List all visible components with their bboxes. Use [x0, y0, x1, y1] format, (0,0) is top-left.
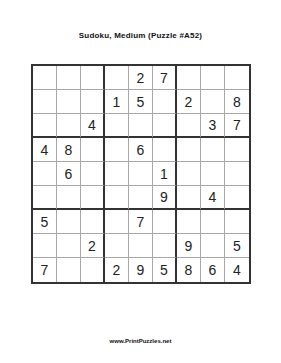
- cell-r6c5-empty[interactable]: [129, 186, 153, 210]
- cell-r3c8-given: 3: [201, 114, 225, 138]
- cell-r1c8-empty[interactable]: [201, 66, 225, 90]
- cell-r1c3-empty[interactable]: [81, 66, 105, 90]
- cell-r3c7-empty[interactable]: [177, 114, 201, 138]
- sudoku-board: 2715284374866194572957295864: [31, 64, 251, 284]
- cell-r7c7-empty[interactable]: [177, 210, 201, 234]
- cell-r3c1-empty[interactable]: [33, 114, 57, 138]
- cell-r6c9-empty[interactable]: [225, 186, 249, 210]
- cell-r4c9-empty[interactable]: [225, 138, 249, 162]
- cell-r2c5-given: 5: [129, 90, 153, 114]
- cell-r7c9-empty[interactable]: [225, 210, 249, 234]
- cell-r9c9-given: 4: [225, 258, 249, 282]
- cell-r6c6-given: 9: [153, 186, 177, 210]
- cell-r2c7-given: 2: [177, 90, 201, 114]
- cell-r4c2-given: 8: [57, 138, 81, 162]
- cell-r6c2-empty[interactable]: [57, 186, 81, 210]
- cell-r9c7-given: 8: [177, 258, 201, 282]
- cell-r3c6-empty[interactable]: [153, 114, 177, 138]
- cell-r8c7-given: 9: [177, 234, 201, 258]
- cell-r9c6-given: 5: [153, 258, 177, 282]
- cell-r5c7-empty[interactable]: [177, 162, 201, 186]
- cell-r8c4-empty[interactable]: [105, 234, 129, 258]
- cell-r4c6-empty[interactable]: [153, 138, 177, 162]
- cell-r6c7-empty[interactable]: [177, 186, 201, 210]
- cell-r7c2-empty[interactable]: [57, 210, 81, 234]
- cell-r3c4-empty[interactable]: [105, 114, 129, 138]
- puzzle-title: Sudoku, Medium (Puzzle #A52): [0, 31, 281, 40]
- cell-r1c6-given: 7: [153, 66, 177, 90]
- cell-r8c3-given: 2: [81, 234, 105, 258]
- cell-r4c3-empty[interactable]: [81, 138, 105, 162]
- cell-r5c4-empty[interactable]: [105, 162, 129, 186]
- cell-r4c4-empty[interactable]: [105, 138, 129, 162]
- cell-r9c3-empty[interactable]: [81, 258, 105, 282]
- cell-r5c5-empty[interactable]: [129, 162, 153, 186]
- cell-r1c5-given: 2: [129, 66, 153, 90]
- cell-r8c5-empty[interactable]: [129, 234, 153, 258]
- cell-r5c2-given: 6: [57, 162, 81, 186]
- cell-r5c8-empty[interactable]: [201, 162, 225, 186]
- cell-r8c2-empty[interactable]: [57, 234, 81, 258]
- cell-r8c8-empty[interactable]: [201, 234, 225, 258]
- cell-r6c4-empty[interactable]: [105, 186, 129, 210]
- cell-r2c2-empty[interactable]: [57, 90, 81, 114]
- cell-r1c7-empty[interactable]: [177, 66, 201, 90]
- sudoku-sheet: Sudoku, Medium (Puzzle #A52) 27152843748…: [0, 0, 281, 363]
- cell-r2c3-empty[interactable]: [81, 90, 105, 114]
- cell-r5c6-given: 1: [153, 162, 177, 186]
- cell-r4c8-empty[interactable]: [201, 138, 225, 162]
- cell-r5c3-empty[interactable]: [81, 162, 105, 186]
- cell-r4c7-empty[interactable]: [177, 138, 201, 162]
- cell-r1c1-empty[interactable]: [33, 66, 57, 90]
- cell-r7c5-given: 7: [129, 210, 153, 234]
- cell-r7c3-empty[interactable]: [81, 210, 105, 234]
- cell-r8c9-given: 5: [225, 234, 249, 258]
- cell-r3c5-empty[interactable]: [129, 114, 153, 138]
- cell-r1c9-empty[interactable]: [225, 66, 249, 90]
- cell-r9c1-given: 7: [33, 258, 57, 282]
- cell-r8c1-empty[interactable]: [33, 234, 57, 258]
- cell-r7c1-given: 5: [33, 210, 57, 234]
- cell-r7c6-empty[interactable]: [153, 210, 177, 234]
- cell-r3c2-empty[interactable]: [57, 114, 81, 138]
- cell-r6c8-given: 4: [201, 186, 225, 210]
- cell-r8c6-empty[interactable]: [153, 234, 177, 258]
- cell-r2c4-given: 1: [105, 90, 129, 114]
- cell-r6c3-empty[interactable]: [81, 186, 105, 210]
- cell-r2c8-empty[interactable]: [201, 90, 225, 114]
- cell-r3c9-given: 7: [225, 114, 249, 138]
- cell-r3c3-given: 4: [81, 114, 105, 138]
- cell-r7c4-empty[interactable]: [105, 210, 129, 234]
- cell-r6c1-empty[interactable]: [33, 186, 57, 210]
- cell-r5c1-empty[interactable]: [33, 162, 57, 186]
- footer-url: www.PrintPuzzles.net: [0, 338, 281, 344]
- cell-r5c9-empty[interactable]: [225, 162, 249, 186]
- cell-r1c4-empty[interactable]: [105, 66, 129, 90]
- cell-r2c9-given: 8: [225, 90, 249, 114]
- cell-r1c2-empty[interactable]: [57, 66, 81, 90]
- cell-r4c5-given: 6: [129, 138, 153, 162]
- cell-r9c8-given: 6: [201, 258, 225, 282]
- cell-r2c6-empty[interactable]: [153, 90, 177, 114]
- cell-r9c2-empty[interactable]: [57, 258, 81, 282]
- cell-r9c5-given: 9: [129, 258, 153, 282]
- cell-r4c1-given: 4: [33, 138, 57, 162]
- cell-r9c4-given: 2: [105, 258, 129, 282]
- cell-r2c1-empty[interactable]: [33, 90, 57, 114]
- cell-r7c8-empty[interactable]: [201, 210, 225, 234]
